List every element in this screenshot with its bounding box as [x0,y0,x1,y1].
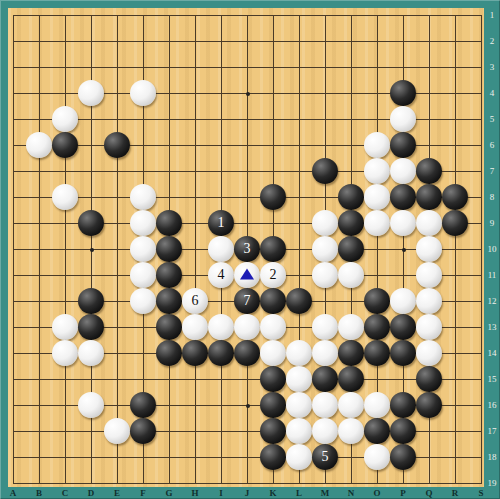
black-stone[interactable] [104,132,130,158]
column-label: O [370,488,384,499]
grid-line-vertical [481,15,482,484]
black-stone[interactable] [260,184,286,210]
white-stone[interactable] [364,158,390,184]
row-label: 1 [484,9,500,21]
column-label: K [266,488,280,499]
white-stone[interactable] [390,210,416,236]
black-stone[interactable] [78,210,104,236]
white-stone[interactable] [416,262,442,288]
white-stone[interactable]: 2 [260,262,286,288]
white-stone[interactable] [338,262,364,288]
white-stone[interactable] [234,314,260,340]
column-label: Q [422,488,436,499]
white-stone[interactable] [286,418,312,444]
row-label: 12 [484,295,500,307]
white-stone[interactable] [130,184,156,210]
row-label: 8 [484,191,500,203]
white-stone[interactable] [130,236,156,262]
white-stone[interactable] [52,340,78,366]
black-stone[interactable] [364,288,390,314]
white-stone[interactable] [286,444,312,470]
white-stone[interactable] [312,392,338,418]
black-stone[interactable] [338,184,364,210]
black-stone[interactable] [260,288,286,314]
black-stone[interactable] [312,366,338,392]
black-stone[interactable]: 1 [208,210,234,236]
row-label: 7 [484,165,500,177]
white-stone[interactable] [260,340,286,366]
white-stone[interactable] [416,210,442,236]
white-stone[interactable]: 4 [208,262,234,288]
move-number-label: 3 [244,241,251,256]
black-stone[interactable] [364,340,390,366]
row-label: 6 [484,139,500,151]
white-stone[interactable] [286,392,312,418]
white-stone[interactable] [416,340,442,366]
row-label: 2 [484,35,500,47]
black-stone[interactable] [78,288,104,314]
black-stone[interactable] [338,340,364,366]
white-stone[interactable] [78,80,104,106]
black-stone[interactable] [156,210,182,236]
black-stone[interactable] [338,236,364,262]
black-stone[interactable]: 3 [234,236,260,262]
white-stone[interactable] [364,132,390,158]
go-diagram-frame: 1342675 12345678910111213141516171819ABC… [0,0,500,499]
black-stone[interactable] [364,314,390,340]
white-stone[interactable] [130,262,156,288]
white-stone[interactable] [364,184,390,210]
row-label: 10 [484,243,500,255]
black-stone[interactable] [416,158,442,184]
white-stone[interactable] [390,106,416,132]
white-stone[interactable] [182,314,208,340]
column-label: N [344,488,358,499]
black-stone[interactable] [364,418,390,444]
white-stone[interactable] [208,236,234,262]
white-stone[interactable] [286,340,312,366]
column-label: C [58,488,72,499]
star-point [90,248,94,252]
white-stone[interactable] [78,392,104,418]
black-stone[interactable] [156,340,182,366]
black-stone[interactable] [286,288,312,314]
white-stone[interactable] [52,106,78,132]
white-stone[interactable] [26,132,52,158]
column-label: D [84,488,98,499]
white-stone[interactable] [130,288,156,314]
white-stone[interactable] [104,418,130,444]
white-stone[interactable] [312,236,338,262]
column-label: R [448,488,462,499]
white-stone[interactable] [312,340,338,366]
white-stone[interactable] [416,288,442,314]
white-stone[interactable] [286,366,312,392]
move-number-label: 4 [218,267,225,282]
white-stone[interactable] [312,210,338,236]
white-stone[interactable] [390,158,416,184]
row-label: 11 [484,269,500,281]
black-stone[interactable] [130,392,156,418]
black-stone[interactable] [156,314,182,340]
column-label: A [6,488,20,499]
black-stone[interactable] [260,366,286,392]
row-label: 16 [484,399,500,411]
white-stone[interactable] [364,444,390,470]
black-stone[interactable] [390,418,416,444]
black-stone[interactable] [390,80,416,106]
row-label: 3 [484,61,500,73]
grid-line-horizontal [13,379,482,380]
go-board[interactable]: 1342675 [8,8,484,487]
column-label: G [162,488,176,499]
black-stone[interactable] [390,184,416,210]
black-stone[interactable] [416,366,442,392]
column-label: E [110,488,124,499]
black-stone[interactable] [390,340,416,366]
black-stone[interactable] [312,158,338,184]
column-label: L [292,488,306,499]
column-label: F [136,488,150,499]
black-stone[interactable] [390,444,416,470]
white-stone[interactable] [416,236,442,262]
black-stone[interactable] [260,418,286,444]
black-stone[interactable] [260,236,286,262]
white-stone[interactable] [52,184,78,210]
black-stone[interactable]: 5 [312,444,338,470]
column-label: P [396,488,410,499]
column-label: I [214,488,228,499]
white-stone[interactable] [234,262,260,288]
white-stone[interactable] [338,392,364,418]
black-stone[interactable] [390,392,416,418]
black-stone[interactable] [78,314,104,340]
white-stone[interactable] [416,314,442,340]
row-label: 18 [484,451,500,463]
column-label: J [240,488,254,499]
white-stone[interactable] [130,80,156,106]
column-label: M [318,488,332,499]
white-stone[interactable] [52,314,78,340]
move-number-label: 1 [218,215,225,230]
black-stone[interactable] [208,340,234,366]
move-number-label: 5 [322,449,329,464]
white-stone[interactable] [312,262,338,288]
grid-line-horizontal [13,483,482,484]
white-stone[interactable] [390,288,416,314]
black-stone[interactable] [182,340,208,366]
row-label: 14 [484,347,500,359]
black-stone[interactable] [234,340,260,366]
row-label: 17 [484,425,500,437]
white-stone[interactable] [364,392,390,418]
white-stone[interactable] [130,210,156,236]
white-stone[interactable] [338,418,364,444]
grid-line-vertical [455,15,456,484]
black-stone[interactable] [260,444,286,470]
white-stone[interactable] [208,314,234,340]
column-label: B [32,488,46,499]
white-stone[interactable] [78,340,104,366]
black-stone[interactable] [156,236,182,262]
row-label: 15 [484,373,500,385]
white-stone[interactable] [364,210,390,236]
triangle-marker [240,269,254,280]
black-stone[interactable] [338,210,364,236]
column-label: H [188,488,202,499]
row-label: 13 [484,321,500,333]
move-number-label: 2 [270,267,277,282]
black-stone[interactable] [416,184,442,210]
black-stone[interactable]: 7 [234,288,260,314]
black-stone[interactable] [416,392,442,418]
move-number-label: 7 [244,293,251,308]
star-point [246,92,250,96]
black-stone[interactable] [338,366,364,392]
star-point [246,404,250,408]
white-stone[interactable] [338,314,364,340]
black-stone[interactable] [156,262,182,288]
column-label: S [474,488,488,499]
row-label: 9 [484,217,500,229]
black-stone[interactable] [390,314,416,340]
black-stone[interactable] [130,418,156,444]
white-stone[interactable] [312,418,338,444]
black-stone[interactable] [442,184,468,210]
black-stone[interactable] [260,392,286,418]
white-stone[interactable]: 6 [182,288,208,314]
black-stone[interactable] [442,210,468,236]
white-stone[interactable] [312,314,338,340]
move-number-label: 6 [192,293,199,308]
row-label: 4 [484,87,500,99]
white-stone[interactable] [260,314,286,340]
star-point [402,248,406,252]
black-stone[interactable] [390,132,416,158]
black-stone[interactable] [52,132,78,158]
black-stone[interactable] [156,288,182,314]
row-label: 5 [484,113,500,125]
